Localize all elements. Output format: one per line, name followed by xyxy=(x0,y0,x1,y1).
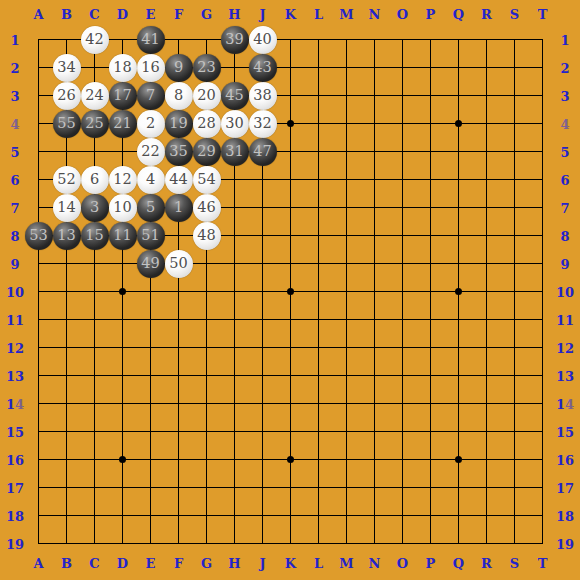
stone-white-38-J3[interactable]: 38 xyxy=(249,82,277,110)
row-label-left-15: 15 xyxy=(6,424,24,439)
move-number: 50 xyxy=(169,256,187,271)
move-number: 29 xyxy=(197,144,215,159)
row-label-right-19: 19 xyxy=(556,536,574,551)
col-label-top-D: D xyxy=(117,7,128,22)
move-number: 54 xyxy=(197,172,215,187)
col-label-top-N: N xyxy=(369,7,381,22)
col-label-top-G: G xyxy=(201,7,212,22)
move-number: 55 xyxy=(57,116,75,131)
stone-black-43-J2[interactable]: 43 xyxy=(249,54,277,82)
row-label-right-2: 2 xyxy=(560,60,569,75)
col-label-bottom-D: D xyxy=(117,556,128,571)
row-label-right-5: 5 xyxy=(560,144,569,159)
move-number: 51 xyxy=(141,228,159,243)
move-number: 53 xyxy=(29,228,47,243)
move-number: 11 xyxy=(113,228,131,243)
star-point-K16 xyxy=(287,456,294,463)
col-label-top-R: R xyxy=(481,7,492,22)
star-point-K10 xyxy=(287,288,294,295)
row-label-left-4: 4 xyxy=(10,116,19,131)
col-label-bottom-G: G xyxy=(201,556,212,571)
stone-black-11-D8[interactable]: 11 xyxy=(109,222,137,250)
stone-black-5-E7[interactable]: 5 xyxy=(137,194,165,222)
move-number: 32 xyxy=(253,116,271,131)
move-number: 44 xyxy=(169,172,187,187)
move-number: 21 xyxy=(113,116,131,131)
stone-white-34-B2[interactable]: 34 xyxy=(53,54,81,82)
stone-black-55-B4[interactable]: 55 xyxy=(53,110,81,138)
row-label-right-9: 9 xyxy=(560,256,569,271)
col-label-bottom-Q: Q xyxy=(453,556,464,571)
stone-black-29-G5[interactable]: 29 xyxy=(193,138,221,166)
stone-black-21-D4[interactable]: 21 xyxy=(109,110,137,138)
row-label-right-16: 16 xyxy=(556,452,574,467)
col-label-top-K: K xyxy=(285,7,296,22)
star-point-Q16 xyxy=(455,456,462,463)
star-point-D16 xyxy=(119,456,126,463)
row-label-left-17: 17 xyxy=(6,480,24,495)
move-number: 41 xyxy=(141,32,159,47)
col-label-top-L: L xyxy=(314,7,323,22)
col-label-top-M: M xyxy=(339,7,353,22)
row-label-right-17: 17 xyxy=(556,480,574,495)
stone-black-15-C8[interactable]: 15 xyxy=(81,222,109,250)
row-label-left-5: 5 xyxy=(10,144,19,159)
move-number: 34 xyxy=(57,60,75,75)
row-label-right-7: 7 xyxy=(560,200,569,215)
move-number: 16 xyxy=(141,60,159,75)
move-number: 3 xyxy=(90,200,99,215)
move-number: 49 xyxy=(141,256,159,271)
stone-white-2-E4[interactable]: 2 xyxy=(137,110,165,138)
move-number: 38 xyxy=(253,88,271,103)
star-point-Q4 xyxy=(455,120,462,127)
col-label-top-S: S xyxy=(510,7,519,22)
stone-black-35-F5[interactable]: 35 xyxy=(165,138,193,166)
row-label-right-8: 8 xyxy=(560,228,569,243)
move-number: 42 xyxy=(85,32,103,47)
stone-white-54-G6[interactable]: 54 xyxy=(193,166,221,194)
stone-black-53-A8[interactable]: 53 xyxy=(25,222,53,250)
stone-white-48-G8[interactable]: 48 xyxy=(193,222,221,250)
stone-black-31-H5[interactable]: 31 xyxy=(221,138,249,166)
stone-black-39-H1[interactable]: 39 xyxy=(221,26,249,54)
stone-white-24-C3[interactable]: 24 xyxy=(81,82,109,110)
move-number: 23 xyxy=(197,60,215,75)
stone-white-20-G3[interactable]: 20 xyxy=(193,82,221,110)
stone-black-17-D3[interactable]: 17 xyxy=(109,82,137,110)
row-label-left-9: 9 xyxy=(10,256,19,271)
stone-black-1-F7[interactable]: 1 xyxy=(165,194,193,222)
stone-black-7-E3[interactable]: 7 xyxy=(137,82,165,110)
stone-black-23-G2[interactable]: 23 xyxy=(193,54,221,82)
col-label-top-O: O xyxy=(397,7,408,22)
stone-black-41-E1[interactable]: 41 xyxy=(137,26,165,54)
stone-black-51-E8[interactable]: 51 xyxy=(137,222,165,250)
row-label-left-11: 11 xyxy=(6,312,24,327)
row-label-right-12: 12 xyxy=(556,340,574,355)
stone-white-52-B6[interactable]: 52 xyxy=(53,166,81,194)
row-label-left-3: 3 xyxy=(10,88,19,103)
move-number: 31 xyxy=(225,144,243,159)
col-label-bottom-F: F xyxy=(174,556,183,571)
move-number: 17 xyxy=(113,88,131,103)
move-number: 4 xyxy=(146,172,155,187)
col-label-top-E: E xyxy=(146,7,156,22)
move-number: 14 xyxy=(57,200,75,215)
move-number: 46 xyxy=(197,200,215,215)
go-board[interactable]: 1234567891011121314151617181920212223242… xyxy=(38,39,543,544)
stone-white-44-F6[interactable]: 44 xyxy=(165,166,193,194)
col-label-bottom-A: A xyxy=(33,556,43,571)
move-number: 48 xyxy=(197,228,215,243)
row-label-right-10: 10 xyxy=(556,284,574,299)
row-label-left-13: 13 xyxy=(6,368,24,383)
col-label-bottom-M: M xyxy=(339,556,353,571)
stone-black-19-F4[interactable]: 19 xyxy=(165,110,193,138)
stone-black-47-J5[interactable]: 47 xyxy=(249,138,277,166)
move-number: 30 xyxy=(225,116,243,131)
row-label-right-4: 4 xyxy=(560,116,569,131)
col-label-bottom-S: S xyxy=(510,556,519,571)
row-label-right-14: 14 xyxy=(556,396,574,411)
row-label-left-19: 19 xyxy=(6,536,24,551)
col-label-top-C: C xyxy=(89,7,99,22)
col-label-bottom-K: K xyxy=(285,556,296,571)
stone-white-8-F3[interactable]: 8 xyxy=(165,82,193,110)
row-label-left-12: 12 xyxy=(6,340,24,355)
move-number: 45 xyxy=(225,88,243,103)
move-number: 22 xyxy=(141,144,159,159)
move-number: 39 xyxy=(225,32,243,47)
col-label-bottom-C: C xyxy=(89,556,99,571)
move-number: 12 xyxy=(113,172,131,187)
col-label-bottom-R: R xyxy=(481,556,492,571)
row-label-right-11: 11 xyxy=(556,312,574,327)
row-label-left-14: 14 xyxy=(6,396,24,411)
col-label-bottom-H: H xyxy=(228,556,240,571)
col-label-top-A: A xyxy=(33,7,43,22)
move-number: 2 xyxy=(146,116,155,131)
move-number: 6 xyxy=(90,172,99,187)
stone-white-28-G4[interactable]: 28 xyxy=(193,110,221,138)
move-number: 43 xyxy=(253,60,271,75)
star-point-Q10 xyxy=(455,288,462,295)
move-number: 7 xyxy=(146,88,155,103)
stone-black-9-F2[interactable]: 9 xyxy=(165,54,193,82)
stone-white-42-C1[interactable]: 42 xyxy=(81,26,109,54)
move-number: 40 xyxy=(253,32,271,47)
move-number: 1 xyxy=(174,200,183,215)
row-label-left-8: 8 xyxy=(10,228,19,243)
stone-white-4-E6[interactable]: 4 xyxy=(137,166,165,194)
col-label-top-T: T xyxy=(538,7,548,22)
col-label-bottom-P: P xyxy=(426,556,436,571)
col-label-bottom-L: L xyxy=(314,556,323,571)
col-label-top-J: J xyxy=(259,7,265,22)
row-label-left-16: 16 xyxy=(6,452,24,467)
col-label-top-B: B xyxy=(61,7,72,22)
col-label-bottom-T: T xyxy=(538,556,548,571)
stone-black-45-H3[interactable]: 45 xyxy=(221,82,249,110)
col-label-top-P: P xyxy=(426,7,436,22)
row-label-right-1: 1 xyxy=(560,32,569,47)
move-number: 26 xyxy=(57,88,75,103)
move-number: 24 xyxy=(85,88,103,103)
row-label-left-6: 6 xyxy=(10,172,19,187)
move-number: 13 xyxy=(57,228,75,243)
move-number: 35 xyxy=(169,144,187,159)
move-number: 15 xyxy=(85,228,103,243)
stone-black-13-B8[interactable]: 13 xyxy=(53,222,81,250)
col-label-bottom-J: J xyxy=(259,556,265,571)
stone-white-30-H4[interactable]: 30 xyxy=(221,110,249,138)
stone-white-16-E2[interactable]: 16 xyxy=(137,54,165,82)
col-label-top-Q: Q xyxy=(453,7,464,22)
row-label-left-1: 1 xyxy=(10,32,19,47)
row-label-left-18: 18 xyxy=(6,508,24,523)
row-label-left-7: 7 xyxy=(10,200,19,215)
stone-white-6-C6[interactable]: 6 xyxy=(81,166,109,194)
star-point-D10 xyxy=(119,288,126,295)
move-number: 25 xyxy=(85,116,103,131)
col-label-top-F: F xyxy=(174,7,183,22)
row-label-right-3: 3 xyxy=(560,88,569,103)
stone-white-40-J1[interactable]: 40 xyxy=(249,26,277,54)
stone-white-46-G7[interactable]: 46 xyxy=(193,194,221,222)
col-label-bottom-B: B xyxy=(61,556,72,571)
stone-white-26-B3[interactable]: 26 xyxy=(53,82,81,110)
stone-black-3-C7[interactable]: 3 xyxy=(81,194,109,222)
move-number: 20 xyxy=(197,88,215,103)
move-number: 9 xyxy=(174,60,183,75)
row-label-right-15: 15 xyxy=(556,424,574,439)
stone-black-25-C4[interactable]: 25 xyxy=(81,110,109,138)
col-label-bottom-N: N xyxy=(369,556,381,571)
go-diagram-screen: 1234567891011121314151617181920212223242… xyxy=(0,0,580,580)
star-point-K4 xyxy=(287,120,294,127)
stone-white-50-F9[interactable]: 50 xyxy=(165,250,193,278)
stone-white-22-E5[interactable]: 22 xyxy=(137,138,165,166)
move-number: 52 xyxy=(57,172,75,187)
stone-white-12-D6[interactable]: 12 xyxy=(109,166,137,194)
row-label-right-18: 18 xyxy=(556,508,574,523)
move-number: 5 xyxy=(146,200,155,215)
col-label-top-H: H xyxy=(228,7,240,22)
stone-white-14-B7[interactable]: 14 xyxy=(53,194,81,222)
row-label-left-10: 10 xyxy=(6,284,24,299)
move-number: 47 xyxy=(253,144,271,159)
col-label-bottom-O: O xyxy=(397,556,408,571)
move-number: 10 xyxy=(113,200,131,215)
row-label-right-13: 13 xyxy=(556,368,574,383)
stone-black-49-E9[interactable]: 49 xyxy=(137,250,165,278)
col-label-bottom-E: E xyxy=(146,556,156,571)
move-number: 28 xyxy=(197,116,215,131)
move-number: 18 xyxy=(113,60,131,75)
move-number: 8 xyxy=(174,88,183,103)
move-number: 19 xyxy=(169,116,187,131)
stone-white-10-D7[interactable]: 10 xyxy=(109,194,137,222)
stone-white-32-J4[interactable]: 32 xyxy=(249,110,277,138)
stone-white-18-D2[interactable]: 18 xyxy=(109,54,137,82)
row-label-right-6: 6 xyxy=(560,172,569,187)
row-label-left-2: 2 xyxy=(10,60,19,75)
